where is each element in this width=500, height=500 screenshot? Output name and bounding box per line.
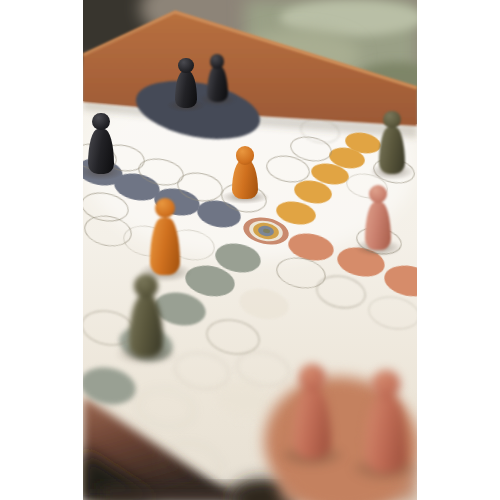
pawn-green-track-2 (126, 274, 167, 358)
pawn-orange-track-2 (148, 198, 183, 276)
pawn-body (232, 160, 259, 200)
pawn-pink-home-1 (289, 364, 335, 460)
pawn-green-track-1 (377, 111, 407, 175)
pawn-black-start (86, 113, 116, 175)
track-circle-outline (157, 437, 226, 490)
pawn-black-home-1 (173, 58, 199, 108)
pawn-head (155, 198, 175, 218)
pawn-body (365, 396, 406, 473)
pawn-head (383, 111, 400, 128)
pawn-head (372, 370, 400, 398)
track-circle-sage (83, 363, 139, 409)
pawn-head (92, 113, 109, 130)
pawn-body (175, 71, 197, 108)
game-photo (83, 0, 417, 500)
pawn-head (134, 274, 158, 298)
pawn-black-home-2 (205, 54, 230, 102)
track-circle-outline (365, 292, 417, 333)
board-items (83, 0, 417, 500)
track-circle-salmon (382, 262, 417, 301)
pawn-body (365, 202, 391, 251)
pawn-body (129, 295, 163, 357)
pawn-head (178, 58, 193, 73)
pawn-body (150, 218, 179, 276)
pawn-head (369, 185, 387, 203)
pawn-head (299, 364, 326, 391)
pawn-pink-track-1 (363, 185, 394, 251)
pawn-head (210, 54, 225, 69)
pawn-orange-track-1 (229, 146, 261, 200)
photo-page (0, 0, 500, 500)
pawn-body (379, 127, 404, 174)
track-circle-cream (237, 285, 292, 324)
pawn-body (88, 129, 113, 175)
pawn-head (236, 146, 255, 165)
track-circle-outline (134, 384, 198, 432)
pawn-body (207, 66, 228, 102)
pawn-pink-home-2 (362, 370, 411, 474)
pawn-body (293, 388, 332, 459)
